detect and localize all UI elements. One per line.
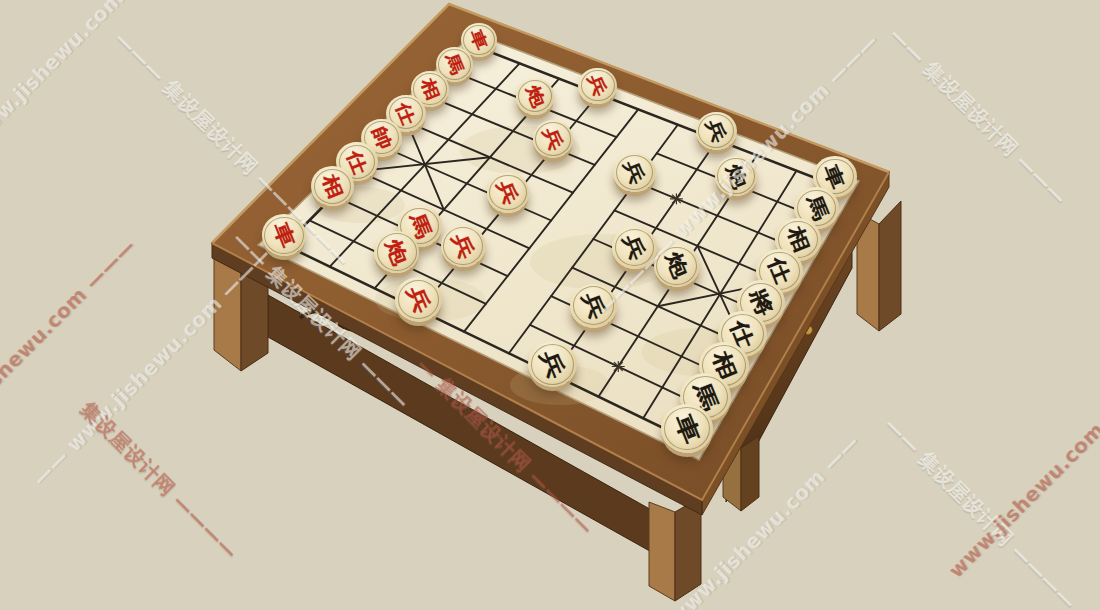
scene: 車馬相仕帥仕相車炮馬炮兵兵兵兵兵車馬相仕將仕相馬車炮炮兵兵兵兵兵 www.jis… xyxy=(0,0,1100,610)
piece-character: 兵 xyxy=(449,231,477,262)
piece-black[interactable]: 車 xyxy=(661,404,713,453)
piece-character: 兵 xyxy=(586,72,609,98)
piece-character: 車 xyxy=(822,162,848,192)
piece-character: 帥 xyxy=(369,124,394,152)
piece-black[interactable]: 兵 xyxy=(612,226,657,268)
piece-character: 車 xyxy=(270,220,297,251)
piece-red[interactable]: 炮 xyxy=(374,231,419,274)
piece-character: 炮 xyxy=(663,250,691,282)
piece-black[interactable]: 兵 xyxy=(570,284,617,329)
piece-character: 兵 xyxy=(622,158,648,187)
piece-black[interactable]: 兵 xyxy=(696,112,737,150)
piece-character: 炮 xyxy=(523,83,547,110)
piece-red[interactable]: 兵 xyxy=(578,68,616,104)
piece-red[interactable]: 相 xyxy=(311,166,354,206)
piece-character: 馬 xyxy=(443,52,466,77)
piece-character: 兵 xyxy=(704,117,729,145)
piece-character: 兵 xyxy=(540,125,565,153)
piece-character: 兵 xyxy=(404,283,433,315)
piece-red[interactable]: 炮 xyxy=(516,78,555,114)
piece-character: 炮 xyxy=(723,161,749,190)
piece-red[interactable]: 車 xyxy=(262,214,307,256)
piece-character: 車 xyxy=(671,411,703,447)
piece-character: 相 xyxy=(419,76,442,102)
piece-black[interactable]: 兵 xyxy=(613,153,655,193)
piece-red[interactable]: 兵 xyxy=(533,120,574,158)
piece-character: 車 xyxy=(468,28,490,53)
piece-red[interactable]: 兵 xyxy=(441,225,486,267)
piece-character: 兵 xyxy=(537,347,567,381)
pieces-layer: 車馬相仕帥仕相車炮馬炮兵兵兵兵兵車馬相仕將仕相馬車炮炮兵兵兵兵兵 xyxy=(0,0,1100,610)
piece-red[interactable]: 兵 xyxy=(395,277,442,321)
piece-black[interactable]: 兵 xyxy=(528,341,578,388)
piece-character: 兵 xyxy=(579,290,608,323)
piece-red[interactable]: 兵 xyxy=(487,172,530,212)
piece-character: 相 xyxy=(320,172,346,201)
piece-character: 炮 xyxy=(383,237,411,268)
piece-character: 仕 xyxy=(394,100,418,127)
piece-black[interactable]: 炮 xyxy=(654,244,700,287)
piece-character: 兵 xyxy=(495,178,521,207)
piece-character: 兵 xyxy=(621,232,649,263)
piece-black[interactable]: 炮 xyxy=(715,156,758,196)
